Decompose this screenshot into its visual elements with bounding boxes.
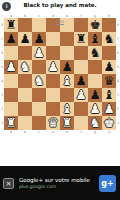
coord-label: e bbox=[60, 130, 74, 134]
white-pawn[interactable]: ♟ bbox=[4, 60, 18, 74]
spacer bbox=[0, 134, 120, 166]
square-g1[interactable]: ♞ bbox=[88, 116, 102, 130]
white-rook[interactable]: ♜ bbox=[4, 116, 18, 130]
ad-text[interactable]: Google+ sur votre mobile plus.google.com bbox=[19, 177, 97, 190]
square-g6[interactable]: ♞ bbox=[88, 46, 102, 60]
square-c7[interactable]: ♟ bbox=[32, 32, 46, 46]
square-b3[interactable] bbox=[18, 88, 32, 102]
square-f5[interactable] bbox=[74, 60, 88, 74]
square-d5[interactable]: ♟ bbox=[46, 60, 60, 74]
square-h5[interactable]: ♟ bbox=[102, 60, 116, 74]
square-a4[interactable] bbox=[4, 74, 18, 88]
black-knight[interactable]: ♞ bbox=[88, 46, 102, 60]
square-a2[interactable] bbox=[4, 102, 18, 116]
square-h2[interactable]: ♟ bbox=[102, 102, 116, 116]
square-d4[interactable] bbox=[46, 74, 60, 88]
square-d2[interactable] bbox=[46, 102, 60, 116]
square-f2[interactable] bbox=[74, 102, 88, 116]
coord-label: f bbox=[74, 130, 88, 134]
chess-board: ♜♚♟♟♟♜♝♞♟♞♟♞♟♟♟♞♝♟♛♟♟♝♝♟♟♜♛♜♞♚ bbox=[4, 18, 116, 130]
black-pawn[interactable]: ♟ bbox=[74, 74, 88, 88]
hint-link[interactable]: Hint bbox=[56, 19, 64, 24]
coord-label: h bbox=[102, 130, 116, 134]
white-bishop[interactable]: ♝ bbox=[60, 102, 74, 116]
square-e4[interactable]: ♝ bbox=[60, 74, 74, 88]
black-bishop[interactable]: ♝ bbox=[88, 32, 102, 46]
black-queen[interactable]: ♛ bbox=[102, 74, 116, 88]
square-d7[interactable] bbox=[46, 32, 60, 46]
white-knight[interactable]: ♞ bbox=[18, 60, 32, 74]
white-king[interactable]: ♚ bbox=[102, 116, 116, 130]
white-pawn[interactable]: ♟ bbox=[102, 102, 116, 116]
app-screen: i Black to play and mate. Hint abcdefgh … bbox=[0, 0, 120, 200]
square-g4[interactable] bbox=[88, 74, 102, 88]
square-g3[interactable]: ♟ bbox=[88, 88, 102, 102]
square-b1[interactable] bbox=[18, 116, 32, 130]
black-pawn[interactable]: ♟ bbox=[4, 32, 18, 46]
black-pawn[interactable]: ♟ bbox=[102, 60, 116, 74]
puzzle-instruction: Black to play and mate. bbox=[0, 0, 120, 8]
square-a7[interactable]: ♟ bbox=[4, 32, 18, 46]
square-h7[interactable]: ♞ bbox=[102, 32, 116, 46]
square-a6[interactable] bbox=[4, 46, 18, 60]
close-icon[interactable]: ✕ bbox=[3, 178, 14, 189]
square-f1[interactable] bbox=[74, 116, 88, 130]
square-e5[interactable]: ♟ bbox=[60, 60, 74, 74]
info-icon[interactable]: i bbox=[2, 2, 11, 11]
square-a1[interactable]: ♜ bbox=[4, 116, 18, 130]
coord-label: g bbox=[88, 130, 102, 134]
coord-label: 2 bbox=[116, 102, 120, 116]
square-g5[interactable] bbox=[88, 60, 102, 74]
white-queen[interactable]: ♛ bbox=[46, 116, 60, 130]
square-c4[interactable]: ♞ bbox=[32, 74, 46, 88]
square-g2[interactable]: ♟ bbox=[88, 102, 102, 116]
ad-url[interactable]: plus.google.com bbox=[19, 184, 97, 190]
square-h4[interactable]: ♛ bbox=[102, 74, 116, 88]
square-e1[interactable]: ♜ bbox=[60, 116, 74, 130]
square-e6[interactable] bbox=[60, 46, 74, 60]
white-rook[interactable]: ♜ bbox=[60, 116, 74, 130]
square-c5[interactable] bbox=[32, 60, 46, 74]
coord-label: 7 bbox=[116, 32, 120, 46]
coord-label: 1 bbox=[116, 116, 120, 130]
board-row: 87654321 ♜♚♟♟♟♜♝♞♟♞♟♞♟♟♟♞♝♟♛♟♟♝♝♟♟♜♛♜♞♚ … bbox=[0, 18, 120, 130]
square-h1[interactable]: ♚ bbox=[102, 116, 116, 130]
square-e7[interactable] bbox=[60, 32, 74, 46]
square-f4[interactable]: ♟ bbox=[74, 74, 88, 88]
ad-banner[interactable]: ✕ Google+ sur votre mobile plus.google.c… bbox=[0, 166, 120, 200]
rank-labels-right: 87654321 bbox=[116, 18, 120, 130]
square-d3[interactable] bbox=[46, 88, 60, 102]
white-pawn[interactable]: ♟ bbox=[88, 102, 102, 116]
black-pawn[interactable]: ♟ bbox=[88, 88, 102, 102]
square-b2[interactable] bbox=[18, 102, 32, 116]
square-c3[interactable] bbox=[32, 88, 46, 102]
black-bishop[interactable]: ♝ bbox=[102, 88, 116, 102]
square-h3[interactable]: ♝ bbox=[102, 88, 116, 102]
square-h6[interactable] bbox=[102, 46, 116, 60]
square-e2[interactable]: ♝ bbox=[60, 102, 74, 116]
square-f6[interactable] bbox=[74, 46, 88, 60]
white-pawn[interactable]: ♟ bbox=[32, 46, 46, 60]
coord-label: 6 bbox=[116, 46, 120, 60]
black-knight[interactable]: ♞ bbox=[102, 32, 116, 46]
square-c1[interactable] bbox=[32, 116, 46, 130]
white-bishop[interactable]: ♝ bbox=[60, 74, 74, 88]
coord-label: 3 bbox=[116, 88, 120, 102]
black-pawn[interactable]: ♟ bbox=[32, 32, 46, 46]
coord-label: 5 bbox=[116, 60, 120, 74]
square-a3[interactable] bbox=[4, 88, 18, 102]
square-a5[interactable]: ♟ bbox=[4, 60, 18, 74]
square-f3[interactable]: ♟ bbox=[74, 88, 88, 102]
white-pawn[interactable]: ♟ bbox=[74, 88, 88, 102]
puzzle-header: i Black to play and mate. Hint bbox=[0, 0, 120, 14]
black-pawn[interactable]: ♟ bbox=[18, 32, 32, 46]
googleplus-icon[interactable]: g+ bbox=[99, 175, 116, 192]
white-knight[interactable]: ♞ bbox=[88, 116, 102, 130]
coord-label: a bbox=[4, 130, 18, 134]
square-d1[interactable]: ♛ bbox=[46, 116, 60, 130]
coord-label: 4 bbox=[116, 74, 120, 88]
square-d6[interactable] bbox=[46, 46, 60, 60]
coord-label: c bbox=[32, 130, 46, 134]
black-pawn[interactable]: ♟ bbox=[60, 60, 74, 74]
square-f7[interactable]: ♜ bbox=[74, 32, 88, 46]
square-e3[interactable] bbox=[60, 88, 74, 102]
square-c2[interactable] bbox=[32, 102, 46, 116]
square-b7[interactable]: ♟ bbox=[18, 32, 32, 46]
coord-label: b bbox=[18, 130, 32, 134]
file-labels-bottom: abcdefgh bbox=[4, 130, 116, 134]
square-b6[interactable] bbox=[18, 46, 32, 60]
white-pawn[interactable]: ♟ bbox=[46, 60, 60, 74]
coord-label: d bbox=[46, 130, 60, 134]
black-rook[interactable]: ♜ bbox=[74, 32, 88, 46]
square-b4[interactable] bbox=[18, 74, 32, 88]
square-g7[interactable]: ♝ bbox=[88, 32, 102, 46]
ad-title[interactable]: Google+ sur votre mobile bbox=[19, 177, 97, 184]
white-knight[interactable]: ♞ bbox=[32, 74, 46, 88]
square-c6[interactable]: ♟ bbox=[32, 46, 46, 60]
square-b5[interactable]: ♞ bbox=[18, 60, 32, 74]
